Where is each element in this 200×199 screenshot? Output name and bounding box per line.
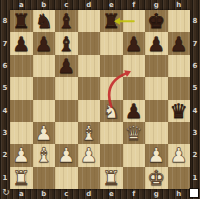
square-b2[interactable]: ♝ xyxy=(33,144,56,166)
rank-label-1: 1 xyxy=(190,167,200,189)
square-c6[interactable]: ♟ xyxy=(55,55,78,77)
piece-white-pawn[interactable]: ♟ xyxy=(80,145,98,165)
square-g2[interactable]: ♟ xyxy=(145,144,168,166)
square-h7[interactable]: ♟ xyxy=(168,32,191,54)
square-b4[interactable] xyxy=(33,100,56,122)
file-label-d: d xyxy=(78,0,101,10)
square-a7[interactable]: ♟ xyxy=(10,32,33,54)
square-f4[interactable]: ♟ xyxy=(123,100,146,122)
piece-white-rook[interactable]: ♜ xyxy=(102,168,120,188)
square-d2[interactable]: ♟ xyxy=(78,144,101,166)
square-c5[interactable] xyxy=(55,77,78,99)
side-to-move-indicator xyxy=(190,189,198,197)
square-c7[interactable]: ♝ xyxy=(55,32,78,54)
piece-black-rook[interactable]: ♜ xyxy=(102,11,120,31)
rank-label-2: 2 xyxy=(190,144,200,166)
square-f8[interactable] xyxy=(123,10,146,32)
rank-label-1: 1 xyxy=(0,167,10,189)
piece-black-knight[interactable]: ♞ xyxy=(35,11,53,31)
piece-black-queen[interactable]: ♛ xyxy=(170,101,188,121)
square-e5[interactable] xyxy=(100,77,123,99)
square-e4[interactable]: ♞ xyxy=(100,100,123,122)
file-labels-top: abcdefgh xyxy=(10,0,190,10)
square-e2[interactable] xyxy=(100,144,123,166)
rank-label-6: 6 xyxy=(190,55,200,77)
square-f5[interactable] xyxy=(123,77,146,99)
file-label-h: h xyxy=(168,0,191,10)
rank-label-5: 5 xyxy=(190,77,200,99)
rank-label-4: 4 xyxy=(0,100,10,122)
piece-white-rook[interactable]: ♜ xyxy=(12,168,30,188)
square-b1[interactable] xyxy=(33,167,56,189)
file-label-b: b xyxy=(33,0,56,10)
piece-black-pawn[interactable]: ♟ xyxy=(57,56,75,76)
file-label-g: g xyxy=(145,189,168,199)
file-label-d: d xyxy=(78,189,101,199)
file-label-c: c xyxy=(55,0,78,10)
square-c2[interactable]: ♟ xyxy=(55,144,78,166)
rank-labels-left: 87654321 xyxy=(0,10,10,189)
piece-black-pawn[interactable]: ♟ xyxy=(125,34,143,54)
file-label-e: e xyxy=(100,0,123,10)
square-b5[interactable] xyxy=(33,77,56,99)
rank-label-8: 8 xyxy=(190,10,200,32)
piece-white-pawn[interactable]: ♟ xyxy=(12,145,30,165)
square-e8[interactable]: ♜ xyxy=(100,10,123,32)
square-h4[interactable]: ♛ xyxy=(168,100,191,122)
square-h2[interactable]: ♟ xyxy=(168,144,191,166)
piece-black-king[interactable]: ♚ xyxy=(147,11,165,31)
square-g1[interactable]: ♚ xyxy=(145,167,168,189)
square-d7[interactable] xyxy=(78,32,101,54)
piece-black-pawn[interactable]: ♟ xyxy=(147,34,165,54)
square-f3[interactable]: ♛ xyxy=(123,122,146,144)
file-label-c: c xyxy=(55,189,78,199)
square-e6[interactable] xyxy=(100,55,123,77)
rank-labels-right: 87654321 xyxy=(190,10,200,189)
rank-label-7: 7 xyxy=(190,32,200,54)
square-a1[interactable]: ♜ xyxy=(10,167,33,189)
square-d5[interactable] xyxy=(78,77,101,99)
square-d1[interactable] xyxy=(78,167,101,189)
piece-white-pawn[interactable]: ♟ xyxy=(35,123,53,143)
file-label-a: a xyxy=(10,0,33,10)
file-label-e: e xyxy=(100,189,123,199)
piece-black-rook[interactable]: ♜ xyxy=(12,11,30,31)
square-b6[interactable] xyxy=(33,55,56,77)
chess-app: ♜♞♝♜♚♟♟♝♟♟♟♟♞♟♛♟♝♛♟♝♟♟♟♟♜♜♚ abcdefgh abc… xyxy=(0,0,200,199)
square-g7[interactable]: ♟ xyxy=(145,32,168,54)
square-a2[interactable]: ♟ xyxy=(10,144,33,166)
piece-black-pawn[interactable]: ♟ xyxy=(12,34,30,54)
piece-white-pawn[interactable]: ♟ xyxy=(147,145,165,165)
piece-black-bishop[interactable]: ♝ xyxy=(57,34,75,54)
square-d4[interactable] xyxy=(78,100,101,122)
square-g6[interactable] xyxy=(145,55,168,77)
piece-black-pawn[interactable]: ♟ xyxy=(35,34,53,54)
square-b3[interactable]: ♟ xyxy=(33,122,56,144)
square-f7[interactable]: ♟ xyxy=(123,32,146,54)
square-c4[interactable] xyxy=(55,100,78,122)
square-h1[interactable] xyxy=(168,167,191,189)
square-g5[interactable] xyxy=(145,77,168,99)
square-e7[interactable] xyxy=(100,32,123,54)
square-h3[interactable] xyxy=(168,122,191,144)
square-d3[interactable]: ♝ xyxy=(78,122,101,144)
square-f1[interactable] xyxy=(123,167,146,189)
piece-white-pawn[interactable]: ♟ xyxy=(170,145,188,165)
square-f6[interactable] xyxy=(123,55,146,77)
rank-label-6: 6 xyxy=(0,55,10,77)
file-label-f: f xyxy=(123,189,146,199)
square-g8[interactable]: ♚ xyxy=(145,10,168,32)
square-a3[interactable] xyxy=(10,122,33,144)
square-a4[interactable] xyxy=(10,100,33,122)
square-d6[interactable] xyxy=(78,55,101,77)
piece-white-bishop[interactable]: ♝ xyxy=(80,123,98,143)
piece-white-bishop[interactable]: ♝ xyxy=(35,145,53,165)
square-a5[interactable] xyxy=(10,77,33,99)
square-g3[interactable] xyxy=(145,122,168,144)
rank-label-7: 7 xyxy=(0,32,10,54)
chess-board[interactable]: ♜♞♝♜♚♟♟♝♟♟♟♟♞♟♛♟♝♛♟♝♟♟♟♟♜♜♚ xyxy=(10,10,190,189)
piece-white-pawn[interactable]: ♟ xyxy=(57,145,75,165)
rank-label-5: 5 xyxy=(0,77,10,99)
rank-label-3: 3 xyxy=(190,122,200,144)
square-f2[interactable] xyxy=(123,144,146,166)
square-e3[interactable] xyxy=(100,122,123,144)
square-b7[interactable]: ♟ xyxy=(33,32,56,54)
square-a8[interactable]: ♜ xyxy=(10,10,33,32)
square-a6[interactable] xyxy=(10,55,33,77)
square-h5[interactable] xyxy=(168,77,191,99)
piece-white-knight[interactable]: ♞ xyxy=(102,101,120,121)
square-b8[interactable]: ♞ xyxy=(33,10,56,32)
rank-label-2: 2 xyxy=(0,144,10,166)
file-label-g: g xyxy=(145,0,168,10)
file-label-a: a xyxy=(10,189,33,199)
flip-board-icon[interactable]: ↻ xyxy=(1,187,11,198)
square-h8[interactable] xyxy=(168,10,191,32)
square-e1[interactable]: ♜ xyxy=(100,167,123,189)
piece-white-queen[interactable]: ♛ xyxy=(125,123,143,143)
piece-black-pawn[interactable]: ♟ xyxy=(125,101,143,121)
rank-label-3: 3 xyxy=(0,122,10,144)
square-g4[interactable] xyxy=(145,100,168,122)
rank-label-8: 8 xyxy=(0,10,10,32)
rank-label-4: 4 xyxy=(190,100,200,122)
square-d8[interactable] xyxy=(78,10,101,32)
square-c1[interactable] xyxy=(55,167,78,189)
square-h6[interactable] xyxy=(168,55,191,77)
piece-black-bishop[interactable]: ♝ xyxy=(57,11,75,31)
square-c3[interactable] xyxy=(55,122,78,144)
piece-white-king[interactable]: ♚ xyxy=(147,168,165,188)
file-labels-bottom: abcdefgh xyxy=(10,189,190,199)
file-label-b: b xyxy=(33,189,56,199)
square-c8[interactable]: ♝ xyxy=(55,10,78,32)
file-label-f: f xyxy=(123,0,146,10)
piece-black-pawn[interactable]: ♟ xyxy=(170,34,188,54)
file-label-h: h xyxy=(168,189,191,199)
